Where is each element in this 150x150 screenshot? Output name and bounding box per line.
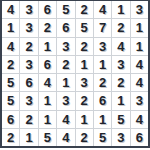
grid-cell[interactable]: 4 bbox=[2, 38, 19, 55]
grid-cell[interactable]: 1 bbox=[112, 92, 129, 109]
grid-cell[interactable]: 4 bbox=[2, 1, 19, 18]
grid-cell[interactable]: 1 bbox=[20, 129, 37, 146]
grid-cell[interactable]: 2 bbox=[94, 74, 111, 91]
grid-cell[interactable]: 6 bbox=[131, 129, 148, 146]
grid-cell[interactable]: 3 bbox=[57, 38, 74, 55]
grid-cell[interactable]: 3 bbox=[131, 1, 148, 18]
grid-cell[interactable]: 3 bbox=[131, 92, 148, 109]
grid-cell[interactable]: 2 bbox=[2, 129, 19, 146]
grid-cell[interactable]: 2 bbox=[76, 129, 93, 146]
grid-cell[interactable]: 1 bbox=[112, 1, 129, 18]
grid-cell[interactable]: 7 bbox=[94, 19, 111, 36]
grid-cell[interactable]: 4 bbox=[94, 1, 111, 18]
grid-cell[interactable]: 2 bbox=[39, 19, 56, 36]
grid-cell[interactable]: 2 bbox=[20, 38, 37, 55]
grid-cell[interactable]: 6 bbox=[94, 92, 111, 109]
grid-cell[interactable]: 1 bbox=[39, 111, 56, 128]
grid-cell[interactable]: 2 bbox=[112, 74, 129, 91]
grid-cell[interactable]: 4 bbox=[131, 74, 148, 91]
puzzle-board: 4365241313265721421323412362113456413224… bbox=[0, 0, 150, 150]
grid-cell[interactable]: 5 bbox=[57, 1, 74, 18]
grid-cell[interactable]: 2 bbox=[76, 92, 93, 109]
grid-cell[interactable]: 4 bbox=[39, 74, 56, 91]
grid-cell[interactable]: 6 bbox=[57, 19, 74, 36]
grid-cell[interactable]: 3 bbox=[76, 74, 93, 91]
grid-cell[interactable]: 3 bbox=[112, 129, 129, 146]
grid-cell[interactable]: 2 bbox=[76, 1, 93, 18]
grid-cell[interactable]: 3 bbox=[112, 56, 129, 73]
grid-cell[interactable]: 3 bbox=[20, 56, 37, 73]
grid-cell[interactable]: 3 bbox=[20, 1, 37, 18]
grid-cell[interactable]: 4 bbox=[112, 38, 129, 55]
grid-cell[interactable]: 4 bbox=[57, 129, 74, 146]
grid-cell[interactable]: 1 bbox=[57, 74, 74, 91]
grid-cell[interactable]: 3 bbox=[20, 19, 37, 36]
puzzle-grid: 4365241313265721421323412362113456413224… bbox=[0, 0, 150, 148]
grid-cell[interactable]: 1 bbox=[94, 56, 111, 73]
grid-cell[interactable]: 2 bbox=[112, 19, 129, 36]
grid-cell[interactable]: 2 bbox=[2, 56, 19, 73]
grid-cell[interactable]: 3 bbox=[20, 92, 37, 109]
grid-cell[interactable]: 6 bbox=[39, 56, 56, 73]
grid-cell[interactable]: 5 bbox=[2, 74, 19, 91]
grid-cell[interactable]: 5 bbox=[2, 92, 19, 109]
grid-cell[interactable]: 6 bbox=[39, 1, 56, 18]
grid-cell[interactable]: 6 bbox=[2, 111, 19, 128]
grid-cell[interactable]: 1 bbox=[76, 111, 93, 128]
grid-cell[interactable]: 1 bbox=[131, 19, 148, 36]
grid-cell[interactable]: 1 bbox=[76, 56, 93, 73]
grid-cell[interactable]: 1 bbox=[131, 38, 148, 55]
grid-cell[interactable]: 4 bbox=[57, 111, 74, 128]
grid-cell[interactable]: 5 bbox=[76, 19, 93, 36]
grid-cell[interactable]: 1 bbox=[39, 38, 56, 55]
grid-cell[interactable]: 4 bbox=[131, 56, 148, 73]
grid-cell[interactable]: 3 bbox=[57, 92, 74, 109]
grid-cell[interactable]: 6 bbox=[20, 74, 37, 91]
grid-cell[interactable]: 5 bbox=[39, 129, 56, 146]
grid-cell[interactable]: 2 bbox=[57, 56, 74, 73]
grid-cell[interactable]: 3 bbox=[94, 38, 111, 55]
grid-cell[interactable]: 5 bbox=[112, 111, 129, 128]
grid-cell[interactable]: 1 bbox=[39, 92, 56, 109]
grid-cell[interactable]: 4 bbox=[131, 111, 148, 128]
grid-cell[interactable]: 2 bbox=[76, 38, 93, 55]
grid-cell[interactable]: 2 bbox=[20, 111, 37, 128]
grid-cell[interactable]: 5 bbox=[94, 129, 111, 146]
grid-cell[interactable]: 1 bbox=[2, 19, 19, 36]
grid-cell[interactable]: 1 bbox=[94, 111, 111, 128]
